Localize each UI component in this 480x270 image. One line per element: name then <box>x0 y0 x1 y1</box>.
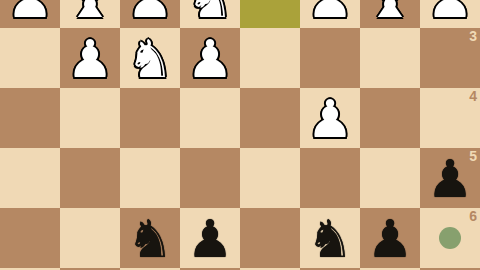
white-bishop[interactable]: ♝ <box>360 0 420 29</box>
square-g5[interactable] <box>60 148 120 208</box>
square-e4[interactable] <box>180 88 240 148</box>
square-c5[interactable] <box>300 148 360 208</box>
square-d3[interactable] <box>240 28 300 88</box>
white-pawn[interactable]: ♟ <box>180 29 240 89</box>
black-knight[interactable]: ♞ <box>300 209 360 269</box>
black-pawn[interactable]: ♟ <box>420 149 480 209</box>
square-b6[interactable]: ♟ <box>360 208 420 268</box>
rank-label-4: 4 <box>469 89 477 103</box>
square-h2[interactable]: ♟ <box>0 0 60 28</box>
white-knight[interactable]: ♞ <box>120 29 180 89</box>
white-pawn[interactable]: ♟ <box>300 0 360 29</box>
square-h5[interactable] <box>0 148 60 208</box>
black-knight[interactable]: ♞ <box>120 209 180 269</box>
move-dest-dot[interactable] <box>439 227 461 249</box>
square-e6[interactable]: ♟ <box>180 208 240 268</box>
rank-label-6: 6 <box>469 209 477 223</box>
white-pawn[interactable]: ♟ <box>300 89 360 149</box>
square-a6[interactable]: 6 <box>420 208 480 268</box>
square-d4[interactable] <box>240 88 300 148</box>
square-f3[interactable]: ♞ <box>120 28 180 88</box>
rank-label-3: 3 <box>469 29 477 43</box>
square-d2[interactable] <box>240 0 300 28</box>
square-f5[interactable] <box>120 148 180 208</box>
square-a5[interactable]: ♟5 <box>420 148 480 208</box>
square-a3[interactable]: 3 <box>420 28 480 88</box>
square-c3[interactable] <box>300 28 360 88</box>
chess-board-viewport: ♟♝♟♞♟♝♟♟♞♟3♟4♟5♞♟♞♟6 <box>0 0 480 270</box>
square-g2[interactable]: ♝ <box>60 0 120 28</box>
square-c4[interactable]: ♟ <box>300 88 360 148</box>
square-d5[interactable] <box>240 148 300 208</box>
square-a4[interactable]: 4 <box>420 88 480 148</box>
square-c2[interactable]: ♟ <box>300 0 360 28</box>
square-e2[interactable]: ♞ <box>180 0 240 28</box>
square-f2[interactable]: ♟ <box>120 0 180 28</box>
black-pawn[interactable]: ♟ <box>180 209 240 269</box>
square-b3[interactable] <box>360 28 420 88</box>
square-e5[interactable] <box>180 148 240 208</box>
square-b4[interactable] <box>360 88 420 148</box>
square-b2[interactable]: ♝ <box>360 0 420 28</box>
square-h6[interactable] <box>0 208 60 268</box>
square-g6[interactable] <box>60 208 120 268</box>
square-h3[interactable] <box>0 28 60 88</box>
square-g3[interactable]: ♟ <box>60 28 120 88</box>
white-knight[interactable]: ♞ <box>180 0 240 29</box>
black-pawn[interactable]: ♟ <box>360 209 420 269</box>
square-d6[interactable] <box>240 208 300 268</box>
white-pawn[interactable]: ♟ <box>60 29 120 89</box>
square-f4[interactable] <box>120 88 180 148</box>
white-bishop[interactable]: ♝ <box>60 0 120 29</box>
chess-board[interactable]: ♟♝♟♞♟♝♟♟♞♟3♟4♟5♞♟♞♟6 <box>0 0 480 270</box>
white-pawn[interactable]: ♟ <box>120 0 180 29</box>
square-h4[interactable] <box>0 88 60 148</box>
square-b5[interactable] <box>360 148 420 208</box>
square-c6[interactable]: ♞ <box>300 208 360 268</box>
white-pawn[interactable]: ♟ <box>0 0 60 29</box>
square-e3[interactable]: ♟ <box>180 28 240 88</box>
white-pawn[interactable]: ♟ <box>420 0 480 29</box>
square-f6[interactable]: ♞ <box>120 208 180 268</box>
square-g4[interactable] <box>60 88 120 148</box>
square-a2[interactable]: ♟ <box>420 0 480 28</box>
